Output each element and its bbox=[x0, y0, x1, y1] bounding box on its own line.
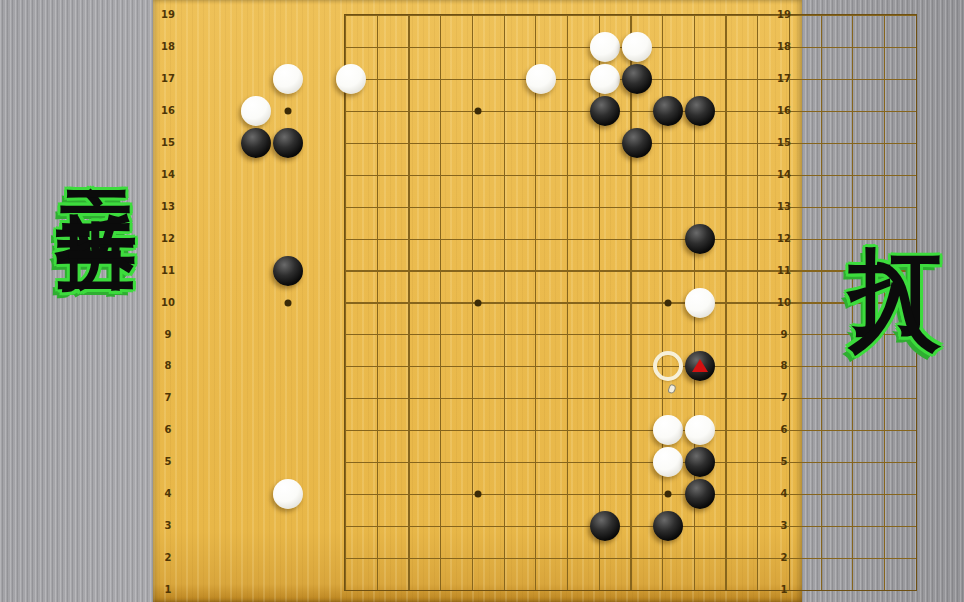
caption-left-li-er-chai-san: 立二拆三 bbox=[43, 120, 151, 176]
go-board[interactable] bbox=[153, 0, 802, 602]
video-frame: 1919181817171616151514141313121211111010… bbox=[0, 0, 964, 602]
caption-right-da-ru: 打入 bbox=[833, 172, 957, 196]
board-grid-border bbox=[344, 14, 917, 592]
